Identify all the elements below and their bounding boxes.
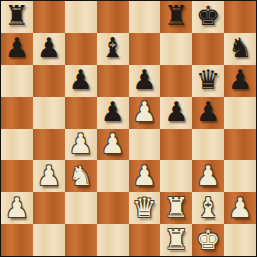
- square-f3[interactable]: [160, 160, 192, 192]
- square-b6[interactable]: [33, 65, 65, 97]
- square-b8[interactable]: [33, 1, 65, 33]
- square-d4[interactable]: ♟: [97, 129, 129, 161]
- square-e5[interactable]: ♟: [129, 97, 161, 129]
- black-rook-f8: ♜: [164, 2, 188, 29]
- square-c3[interactable]: ♞: [65, 160, 97, 192]
- square-f5[interactable]: ♟: [160, 97, 192, 129]
- black-king-g8: ♚: [196, 2, 220, 29]
- square-c8[interactable]: [65, 1, 97, 33]
- square-e8[interactable]: [129, 1, 161, 33]
- square-c7[interactable]: [65, 33, 97, 65]
- square-f2[interactable]: ♜: [160, 192, 192, 224]
- white-knight-c3: ♞: [69, 162, 93, 189]
- white-pawn-h2: ♟: [228, 194, 252, 221]
- white-bishop-g2: ♝: [196, 194, 220, 221]
- square-e1[interactable]: [129, 224, 161, 256]
- square-b5[interactable]: [33, 97, 65, 129]
- square-f6[interactable]: [160, 65, 192, 97]
- square-a6[interactable]: [1, 65, 33, 97]
- square-g2[interactable]: ♝: [192, 192, 224, 224]
- square-h3[interactable]: [224, 160, 256, 192]
- square-h6[interactable]: ♟: [224, 65, 256, 97]
- white-pawn-d4: ♟: [100, 130, 124, 157]
- black-pawn-f5: ♟: [164, 98, 188, 125]
- black-pawn-a7: ♟: [5, 34, 29, 61]
- square-d5[interactable]: ♟: [97, 97, 129, 129]
- square-c2[interactable]: [65, 192, 97, 224]
- square-d2[interactable]: [97, 192, 129, 224]
- square-h7[interactable]: ♞: [224, 33, 256, 65]
- square-b7[interactable]: ♟: [33, 33, 65, 65]
- black-pawn-h6: ♟: [228, 66, 252, 93]
- black-pawn-b7: ♟: [37, 34, 61, 61]
- square-a7[interactable]: ♟: [1, 33, 33, 65]
- black-rook-a8: ♜: [5, 2, 29, 29]
- white-queen-e2: ♛: [132, 194, 156, 221]
- white-pawn-e5: ♟: [132, 98, 156, 125]
- square-e7[interactable]: [129, 33, 161, 65]
- square-g1[interactable]: ♚: [192, 224, 224, 256]
- square-g3[interactable]: ♟: [192, 160, 224, 192]
- square-g5[interactable]: ♟: [192, 97, 224, 129]
- square-e2[interactable]: ♛: [129, 192, 161, 224]
- white-pawn-g3: ♟: [196, 162, 220, 189]
- chess-board: ♜♜♚♟♟♝♞♟♟♛♟♟♟♟♟♟♟♟♞♟♟♟♛♜♝♟♜♚: [1, 1, 256, 256]
- black-pawn-g5: ♟: [196, 98, 220, 125]
- black-pawn-e6: ♟: [132, 66, 156, 93]
- square-g8[interactable]: ♚: [192, 1, 224, 33]
- square-b4[interactable]: [33, 129, 65, 161]
- black-pawn-c6: ♟: [69, 66, 93, 93]
- square-b1[interactable]: [33, 224, 65, 256]
- square-g4[interactable]: [192, 129, 224, 161]
- square-d1[interactable]: [97, 224, 129, 256]
- square-e3[interactable]: ♟: [129, 160, 161, 192]
- square-a5[interactable]: [1, 97, 33, 129]
- white-king-g1: ♚: [196, 226, 220, 253]
- square-c6[interactable]: ♟: [65, 65, 97, 97]
- white-pawn-a2: ♟: [5, 194, 29, 221]
- white-rook-f2: ♜: [164, 194, 188, 221]
- white-pawn-b3: ♟: [37, 162, 61, 189]
- square-g6[interactable]: ♛: [192, 65, 224, 97]
- square-c5[interactable]: [65, 97, 97, 129]
- square-f4[interactable]: [160, 129, 192, 161]
- square-e6[interactable]: ♟: [129, 65, 161, 97]
- square-d7[interactable]: ♝: [97, 33, 129, 65]
- square-c1[interactable]: [65, 224, 97, 256]
- square-e4[interactable]: [129, 129, 161, 161]
- square-g7[interactable]: [192, 33, 224, 65]
- white-pawn-e3: ♟: [132, 162, 156, 189]
- square-f1[interactable]: ♜: [160, 224, 192, 256]
- square-a4[interactable]: [1, 129, 33, 161]
- white-pawn-c4: ♟: [69, 130, 93, 157]
- square-f8[interactable]: ♜: [160, 1, 192, 33]
- square-h8[interactable]: [224, 1, 256, 33]
- black-knight-h7: ♞: [228, 34, 252, 61]
- chess-board-frame: ♜♜♚♟♟♝♞♟♟♛♟♟♟♟♟♟♟♟♞♟♟♟♛♜♝♟♜♚: [0, 0, 257, 257]
- black-pawn-d5: ♟: [100, 98, 124, 125]
- square-h4[interactable]: [224, 129, 256, 161]
- square-d6[interactable]: [97, 65, 129, 97]
- black-bishop-d7: ♝: [100, 34, 124, 61]
- square-h1[interactable]: [224, 224, 256, 256]
- square-d8[interactable]: [97, 1, 129, 33]
- square-d3[interactable]: [97, 160, 129, 192]
- black-queen-g6: ♛: [196, 66, 220, 93]
- square-a8[interactable]: ♜: [1, 1, 33, 33]
- white-rook-f1: ♜: [164, 226, 188, 253]
- square-h5[interactable]: [224, 97, 256, 129]
- square-c4[interactable]: ♟: [65, 129, 97, 161]
- square-a1[interactable]: [1, 224, 33, 256]
- square-f7[interactable]: [160, 33, 192, 65]
- square-b3[interactable]: ♟: [33, 160, 65, 192]
- square-h2[interactable]: ♟: [224, 192, 256, 224]
- square-a2[interactable]: ♟: [1, 192, 33, 224]
- square-b2[interactable]: [33, 192, 65, 224]
- square-a3[interactable]: [1, 160, 33, 192]
